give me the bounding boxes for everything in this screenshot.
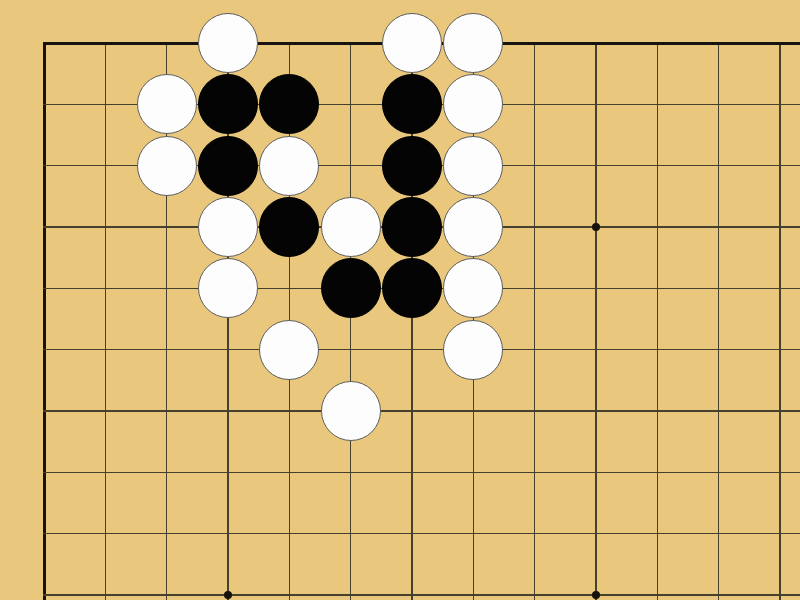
white-stone-F13 [321,381,381,441]
black-stone-F15 [321,258,381,318]
white-stone-H17 [443,136,503,196]
black-stone-G18 [382,74,442,134]
black-stone-E18 [259,74,319,134]
white-stone-F16 [321,197,381,257]
white-stone-E17 [259,136,319,196]
black-stone-G17 [382,136,442,196]
white-stone-D19 [198,13,258,73]
white-stone-H15 [443,258,503,318]
black-stone-E16 [259,197,319,257]
go-board[interactable] [0,0,800,600]
white-stone-D16 [198,197,258,257]
white-stone-H16 [443,197,503,257]
black-stone-D17 [198,136,258,196]
white-stone-H18 [443,74,503,134]
white-stone-C18 [137,74,197,134]
white-stone-D15 [198,258,258,318]
white-stone-E14 [259,320,319,380]
white-stone-H19 [443,13,503,73]
stones-layer [13,12,800,600]
black-stone-G15 [382,258,442,318]
black-stone-G16 [382,197,442,257]
black-stone-D18 [198,74,258,134]
white-stone-H14 [443,320,503,380]
white-stone-G19 [382,13,442,73]
white-stone-C17 [137,136,197,196]
